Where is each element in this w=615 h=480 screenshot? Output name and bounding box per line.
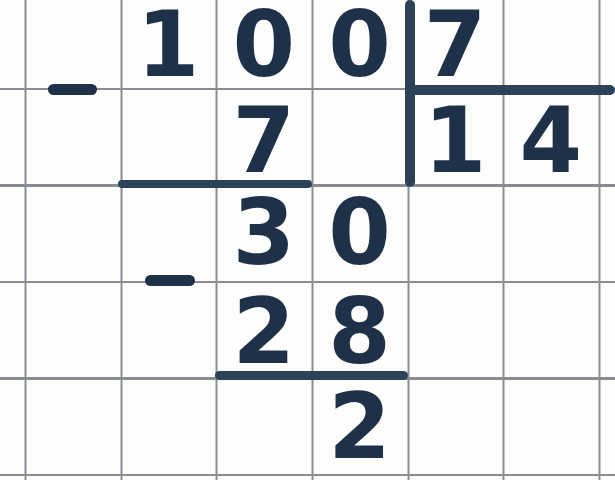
minus-sign-second-subtraction xyxy=(145,275,195,286)
dividend-digit-hundreds-digit-cell: 1 xyxy=(120,0,216,93)
quotient-digit-ones-digit-cell: 4 xyxy=(503,93,599,190)
quotient-underline xyxy=(405,85,615,95)
quotient-digit-tens-digit-cell: 1 xyxy=(407,93,503,190)
partial-product-1-digit-cell: 7 xyxy=(216,93,312,190)
dividend-digit-ones-digit-cell: 0 xyxy=(312,0,408,93)
subtraction-line-1 xyxy=(118,180,312,189)
divisor-digit-digit-cell: 7 xyxy=(407,0,503,93)
final-remainder-digit-cell: 2 xyxy=(312,379,408,476)
long-division-board: 100771430282 xyxy=(0,0,615,480)
working-30-tens-digit-cell: 3 xyxy=(216,185,312,282)
subtraction-line-2 xyxy=(215,371,408,380)
minus-sign-first-subtraction xyxy=(48,84,97,95)
working-30-ones-digit-cell: 0 xyxy=(312,185,408,282)
dividend-digit-tens-digit-cell: 0 xyxy=(216,0,312,93)
partial-product-2-tens-digit-cell: 2 xyxy=(216,284,312,381)
partial-product-2-ones-digit-cell: 8 xyxy=(312,284,408,381)
